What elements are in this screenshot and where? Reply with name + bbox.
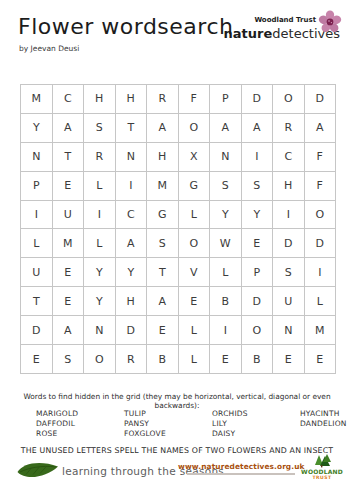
grid-cell: Y <box>242 201 274 230</box>
grid-cell: A <box>116 229 148 258</box>
grid-cell: G <box>179 172 211 201</box>
grid-cell: H <box>116 85 148 114</box>
grid-cell: B <box>242 345 274 374</box>
grid-cell: E <box>210 345 242 374</box>
grid-cell: L <box>210 258 242 287</box>
instructions-text: Words to find hidden in the grid (they m… <box>0 392 354 410</box>
footer-url-block: www.naturedetectives.org.uk <box>178 462 304 475</box>
grid-cell: D <box>21 316 53 345</box>
grid-cell: Y <box>210 201 242 230</box>
grid-cell: R <box>116 345 148 374</box>
word-column: TULIPPANSYFOXGLOVE <box>124 409 212 439</box>
grid-cell: T <box>53 143 85 172</box>
grid-cell: S <box>147 229 179 258</box>
word-item: ROSE <box>36 429 124 439</box>
grid-cell: T <box>21 287 53 316</box>
grid-cell: O <box>273 85 305 114</box>
grid-cell: P <box>210 85 242 114</box>
grid-cell: F <box>179 85 211 114</box>
grid-cell: L <box>179 345 211 374</box>
grid-cell: B <box>147 345 179 374</box>
nature-detectives-logo: Woodland Trust naturedetectives <box>212 10 342 41</box>
website-url: www.naturedetectives.org.uk <box>178 462 304 471</box>
grid-cell: R <box>84 143 116 172</box>
grid-cell: O <box>179 114 211 143</box>
word-item: DAFFODIL <box>36 419 124 429</box>
grid-cell: L <box>305 287 337 316</box>
grid-cell: E <box>53 172 85 201</box>
grid-cell: A <box>242 114 274 143</box>
word-item: FOXGLOVE <box>124 429 212 439</box>
grid-cell: W <box>210 229 242 258</box>
grid-cell: M <box>305 316 337 345</box>
grid-cell: D <box>305 85 337 114</box>
grid-cell: C <box>273 143 305 172</box>
page-title: Flower wordsearch <box>18 14 233 39</box>
trees-icon <box>309 452 335 468</box>
grid-cell: S <box>210 172 242 201</box>
grid-cell: Y <box>84 258 116 287</box>
grid-cell: F <box>305 143 337 172</box>
grid-cell: S <box>242 172 274 201</box>
grid-cell: E <box>305 345 337 374</box>
grid-cell: N <box>210 143 242 172</box>
grid-cell: O <box>305 201 337 230</box>
grid-cell: V <box>179 258 211 287</box>
grid-cell: O <box>84 345 116 374</box>
fine-print-line <box>187 473 295 475</box>
grid-cell: R <box>273 114 305 143</box>
grid-cell: O <box>242 316 274 345</box>
grid-cell: D <box>273 229 305 258</box>
grid-cell: C <box>116 201 148 230</box>
grid-cell: D <box>242 287 274 316</box>
grid-cell: H <box>147 143 179 172</box>
grid-cell: A <box>147 287 179 316</box>
grid-cell: L <box>179 316 211 345</box>
grid-cell: T <box>147 258 179 287</box>
grid-cell: E <box>273 345 305 374</box>
grid-cell: I <box>21 201 53 230</box>
grid-cell: S <box>84 114 116 143</box>
grid-cell: N <box>21 143 53 172</box>
grid-cell: A <box>53 114 85 143</box>
grid-cell: T <box>116 114 148 143</box>
word-item: DAISY <box>212 429 300 439</box>
grid-cell: H <box>116 287 148 316</box>
brand-nature: nature <box>224 26 273 41</box>
trust-label: TRUST <box>296 475 348 481</box>
grid-cell: I <box>305 258 337 287</box>
wordsearch-grid: MCHHRFPDODYASTAOAARANTRNHXNICFPELIMGSSHF… <box>20 84 336 374</box>
grid-cell: P <box>21 172 53 201</box>
grid-cell: A <box>53 316 85 345</box>
grid-cell: U <box>21 258 53 287</box>
word-item: DANDELION <box>300 419 354 429</box>
word-item: MARIGOLD <box>36 409 124 419</box>
grid-cell: Y <box>21 114 53 143</box>
word-item: TULIP <box>124 409 212 419</box>
grid-cell: I <box>116 172 148 201</box>
word-item: ORCHIDS <box>212 409 300 419</box>
grid-cell: E <box>179 287 211 316</box>
grid-cell: E <box>147 316 179 345</box>
grid-cell: O <box>179 229 211 258</box>
grid-cell: E <box>242 229 274 258</box>
grid-cell: A <box>210 114 242 143</box>
grid-cell: H <box>273 172 305 201</box>
word-item: HYACINTH <box>300 409 354 419</box>
grid-cell: X <box>179 143 211 172</box>
grid-cell: E <box>53 287 85 316</box>
woodland-trust-logo: WOODLAND TRUST <box>296 452 348 481</box>
byline: by Jeevan Deusi <box>19 44 79 53</box>
worksheet-page: Flower wordsearch by Jeevan Deusi Woodla… <box>0 0 354 500</box>
word-item: LILY <box>212 419 300 429</box>
grid-cell: H <box>84 85 116 114</box>
grid-cell: N <box>273 316 305 345</box>
grid-cell: B <box>210 287 242 316</box>
grid-cell: I <box>273 201 305 230</box>
grid-cell: S <box>53 345 85 374</box>
grid-cell: G <box>147 201 179 230</box>
grid-cell: D <box>242 85 274 114</box>
grid-cell: P <box>242 258 274 287</box>
grid-cell: U <box>273 287 305 316</box>
grid-cell: L <box>84 229 116 258</box>
word-column: MARIGOLDDAFFODILROSE <box>36 409 124 439</box>
grid-cell: R <box>147 85 179 114</box>
grid-cell: A <box>147 114 179 143</box>
grid-cell: D <box>305 229 337 258</box>
grid-cell: E <box>21 345 53 374</box>
grid-cell: N <box>116 143 148 172</box>
grid-cell: I <box>242 143 274 172</box>
grid-cell: L <box>21 229 53 258</box>
grid-cell: M <box>147 172 179 201</box>
grid-cell: C <box>53 85 85 114</box>
grid-cell: S <box>273 258 305 287</box>
grid-cell: L <box>179 201 211 230</box>
word-list: MARIGOLDDAFFODILROSETULIPPANSYFOXGLOVEOR… <box>36 409 336 439</box>
grid-cell: F <box>305 172 337 201</box>
grid-cell: I <box>210 316 242 345</box>
flower-icon <box>318 10 342 38</box>
grid-cell: L <box>84 172 116 201</box>
word-item: PANSY <box>124 419 212 429</box>
grid-cell: M <box>53 229 85 258</box>
grid-cell: N <box>84 316 116 345</box>
word-column: HYACINTHDANDELION <box>300 409 354 439</box>
grid-cell: Y <box>116 258 148 287</box>
grid-cell: A <box>305 114 337 143</box>
leaf-icon <box>16 459 60 487</box>
grid-cell: U <box>53 201 85 230</box>
grid-cell: Y <box>84 287 116 316</box>
grid-cell: I <box>84 201 116 230</box>
grid-cell: D <box>116 316 148 345</box>
word-column: ORCHIDSLILYDAISY <box>212 409 300 439</box>
woodland-trust-label: Woodland Trust <box>212 16 316 24</box>
grid-cell: E <box>53 258 85 287</box>
woodland-label: WOODLAND <box>296 468 348 475</box>
grid-cell: M <box>21 85 53 114</box>
